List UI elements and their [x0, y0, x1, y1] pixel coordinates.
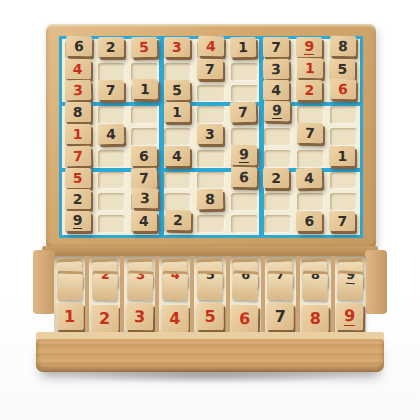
tile-r4c4-1[interactable]: 1 — [164, 102, 190, 122]
tile-r8c3-3[interactable]: 3 — [132, 188, 158, 208]
drawer-slot-5: 55 — [190, 256, 225, 334]
drawer-slot-7: 77 — [261, 256, 296, 334]
tile-r1c5-4[interactable]: 4 — [198, 36, 224, 56]
tile-digit: 2 — [173, 213, 183, 227]
tile-digit: 3 — [140, 191, 150, 205]
tile-digit: 2 — [100, 274, 110, 283]
tile-r9c9-7[interactable]: 7 — [329, 211, 355, 231]
tile-digit: 4 — [169, 311, 180, 327]
tile-r9c1-9[interactable]: 9 — [65, 211, 91, 231]
tile-r1c1-6[interactable]: 6 — [65, 36, 91, 56]
tile-digit: 6 — [338, 82, 348, 96]
tile-digit: 6 — [74, 39, 84, 53]
tile-digit: 5 — [204, 309, 215, 325]
tile-digit: 3 — [134, 308, 145, 324]
tile-digit: 7 — [305, 126, 315, 140]
tile-digit: 9 — [272, 103, 282, 119]
tile-r2c9-5[interactable]: 5 — [329, 59, 355, 79]
tile-digit: 5 — [338, 62, 348, 76]
tile-digit: 9 — [304, 39, 314, 55]
tile-digit: 1 — [73, 127, 83, 141]
tile-digit: 5 — [172, 83, 182, 97]
tile-digit: 1 — [140, 82, 150, 96]
tile-digit: 4 — [106, 127, 116, 141]
drawer-tile-9[interactable]: 9 — [336, 303, 363, 330]
tile-r2c7-3[interactable]: 3 — [263, 58, 290, 79]
tile-digit: 8 — [311, 274, 321, 283]
tile-r9c4-2[interactable]: 2 — [165, 210, 191, 230]
tile-r7c7-2[interactable]: 2 — [263, 168, 289, 188]
drawer-tile-1[interactable]: 1 — [56, 303, 83, 330]
sudoku-board-frame: 6253417984731537154268179143776491576242… — [46, 24, 376, 250]
stacked-tile-partial[interactable]: 2 — [92, 274, 118, 301]
tile-digit: 7 — [271, 40, 281, 54]
tile-r7c1-5[interactable]: 5 — [65, 168, 91, 188]
tile-digit: 6 — [241, 273, 251, 282]
drawer-slot-1: 1 — [54, 256, 85, 334]
tile-digit: 7 — [238, 105, 248, 119]
tile-digit: 4 — [271, 83, 281, 97]
stacked-tile-partial[interactable]: 9 — [337, 273, 363, 300]
tile-r1c7-7[interactable]: 7 — [263, 37, 289, 57]
drawer-front-panel[interactable] — [36, 332, 384, 372]
tile-digit: 5 — [139, 40, 149, 54]
tile-r1c2-2[interactable]: 2 — [98, 37, 124, 57]
drawer-slot-2: 22 — [85, 256, 120, 334]
tile-digit: 7 — [205, 62, 215, 76]
tile-digit: 8 — [310, 311, 321, 327]
tile-r2c1-4[interactable]: 4 — [65, 59, 91, 79]
tile-digit: 5 — [206, 274, 216, 283]
tile-digit: 6 — [239, 169, 249, 183]
drawer-slot-4: 44 — [155, 256, 190, 334]
tile-digit: 3 — [172, 40, 182, 54]
tile-digit: 7 — [276, 274, 286, 283]
tile-stack: 33 — [126, 260, 154, 330]
tile-r3c1-3[interactable]: 3 — [64, 80, 91, 101]
tile-digit: 8 — [338, 39, 348, 53]
tile-r6c3-6[interactable]: 6 — [131, 146, 157, 166]
tile-digit: 6 — [304, 214, 314, 228]
tile-r9c3-4[interactable]: 4 — [131, 211, 157, 231]
tile-r3c3-1[interactable]: 1 — [132, 79, 158, 99]
tile-digit: 1 — [338, 149, 348, 163]
tile-r6c1-7[interactable]: 7 — [64, 145, 91, 166]
tile-r6c9-1[interactable]: 1 — [329, 146, 355, 166]
tile-digit: 8 — [73, 105, 83, 119]
sudoku-set-photo: 6253417984731537154268179143776491576242… — [0, 0, 420, 420]
tile-stack: 44 — [161, 260, 188, 330]
tile-digit: 1 — [64, 309, 75, 325]
tile-r8c5-8[interactable]: 8 — [197, 189, 224, 210]
tile-r5c1-1[interactable]: 1 — [65, 124, 91, 144]
tile-digit: 2 — [73, 192, 83, 206]
tile-r9c8-6[interactable]: 6 — [296, 211, 322, 231]
tile-digit: 6 — [139, 149, 149, 163]
tile-digit: 5 — [73, 171, 83, 185]
tile-digit: 3 — [271, 62, 281, 76]
tile-r3c9-6[interactable]: 6 — [330, 79, 356, 99]
drawer-slot-6: 66 — [226, 256, 261, 334]
drawer-tile-5[interactable]: 5 — [196, 303, 223, 330]
tile-digit: 9 — [73, 213, 83, 229]
drop-shadow — [60, 368, 360, 384]
tile-r7c8-4[interactable]: 4 — [296, 167, 323, 188]
tile-r2c8-1[interactable]: 1 — [297, 57, 323, 77]
tile-digit: 9 — [239, 147, 249, 163]
tile-r2c5-7[interactable]: 7 — [197, 59, 223, 79]
stacked-tile-partial[interactable]: 4 — [162, 274, 188, 301]
sudoku-board-surface: 6253417984731537154268179143776491576242… — [59, 36, 363, 238]
tile-digit: 2 — [106, 40, 116, 54]
tile-digit: 7 — [139, 170, 149, 184]
tile-r1c8-9[interactable]: 9 — [296, 37, 322, 57]
stacked-tile-partial[interactable]: 7 — [267, 274, 293, 301]
tile-r4c7-9[interactable]: 9 — [264, 101, 290, 121]
case-side-left — [33, 250, 55, 314]
tile-r1c6-1[interactable]: 1 — [230, 37, 257, 58]
stacked-tile-partial[interactable]: 8 — [302, 274, 328, 301]
tile-digit: 3 — [72, 83, 82, 97]
tile-digit: 2 — [271, 171, 281, 185]
tile-r1c9-8[interactable]: 8 — [330, 36, 356, 56]
stacked-tile-partial[interactable]: 3 — [127, 273, 153, 300]
tile-digit: 4 — [73, 62, 83, 76]
tile-digit: 4 — [172, 149, 182, 163]
stacked-tile-partial[interactable] — [57, 274, 83, 301]
drawer-tile-7[interactable]: 7 — [267, 303, 294, 330]
tile-digit: 2 — [304, 83, 314, 97]
drawer-tile-2[interactable]: 2 — [91, 305, 118, 332]
tile-digit: 9 — [344, 307, 355, 325]
tile-digit: 7 — [338, 214, 348, 228]
tile-r5c8-7[interactable]: 7 — [297, 123, 323, 143]
tile-digit: 1 — [238, 40, 248, 54]
tile-digit: 4 — [171, 274, 181, 283]
tile-stack: 1 — [56, 260, 83, 330]
tile-stack: 88 — [302, 260, 329, 330]
tile-digit: 4 — [206, 39, 216, 53]
tile-r6c6-9[interactable]: 9 — [231, 145, 257, 165]
drawer-tile-6[interactable]: 6 — [231, 305, 258, 332]
drawer-slot-9: 99 — [331, 256, 366, 334]
tile-digit: 1 — [172, 105, 182, 119]
drawer-tile-3[interactable]: 3 — [126, 303, 153, 330]
tile-digit: 2 — [99, 311, 110, 327]
tile-digit: 7 — [72, 149, 82, 163]
tile-digit: 6 — [239, 310, 250, 326]
tile-stack: 66 — [231, 260, 259, 330]
tile-stack: 55 — [196, 260, 223, 330]
tile-stack: 99 — [336, 260, 364, 330]
drawer-slot-3: 33 — [120, 256, 155, 334]
drawer-slot-8: 88 — [296, 256, 331, 334]
tile-digit: 7 — [106, 83, 116, 97]
tile-r4c6-7[interactable]: 7 — [230, 102, 257, 123]
tile-digit: 3 — [205, 127, 215, 141]
drawer-tile-8[interactable]: 8 — [302, 305, 329, 332]
case-side-right — [365, 250, 387, 314]
tile-digit: 3 — [136, 273, 146, 282]
tile-digit: 8 — [205, 192, 215, 206]
tile-stack: 77 — [267, 260, 294, 330]
tile-r4c1-8[interactable]: 8 — [65, 102, 91, 122]
tile-digit: 9 — [346, 273, 356, 284]
board-tiles: 6253417984731537154268179143776491576242… — [62, 39, 360, 235]
drawer-tile-4[interactable]: 4 — [161, 305, 188, 332]
tile-r3c2-7[interactable]: 7 — [98, 80, 124, 100]
tile-r8c1-2[interactable]: 2 — [65, 189, 91, 209]
tile-r5c2-4[interactable]: 4 — [97, 124, 124, 145]
tile-digit: 7 — [275, 309, 286, 325]
tile-r7c6-6[interactable]: 6 — [231, 166, 257, 186]
tile-digit: 1 — [305, 61, 315, 75]
tile-stack: 22 — [91, 260, 118, 330]
tile-digit: 4 — [304, 170, 314, 184]
stacked-tile-partial[interactable]: 5 — [197, 274, 223, 301]
tile-drawer: 12233445566778899 — [54, 256, 366, 334]
tile-r7c3-7[interactable]: 7 — [131, 167, 158, 188]
tile-r3c7-4[interactable]: 4 — [263, 80, 289, 100]
tile-r6c4-4[interactable]: 4 — [164, 146, 190, 166]
tile-r3c8-2[interactable]: 2 — [296, 80, 322, 100]
tile-r5c5-3[interactable]: 3 — [197, 124, 223, 144]
stacked-tile-partial[interactable]: 6 — [232, 273, 258, 300]
tile-r3c4-5[interactable]: 5 — [164, 80, 191, 101]
tile-r1c4-3[interactable]: 3 — [164, 37, 190, 57]
tile-r1c3-5[interactable]: 5 — [131, 37, 158, 58]
tile-digit: 4 — [139, 214, 149, 228]
